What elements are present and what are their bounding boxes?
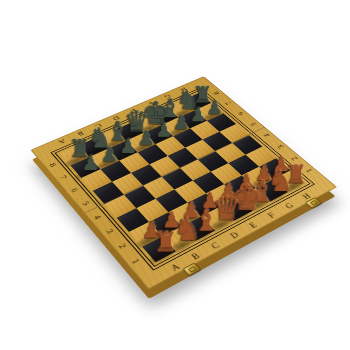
dark-pawn-c7[interactable]: ♟ (117, 136, 139, 156)
dark-pawn-b7[interactable]: ♟ (99, 144, 121, 164)
chessboard: ABCDEFGH ABCDEFGH 87654321 87654321 ♜♞♝♛… (30, 76, 337, 289)
dark-pawn-a7[interactable]: ♟ (79, 153, 101, 173)
square-h5[interactable] (219, 124, 248, 143)
board-top: ABCDEFGH ABCDEFGH 87654321 87654321 ♜♞♝♛… (30, 76, 337, 289)
product-photo-scene: ABCDEFGH ABCDEFGH 87654321 87654321 ♜♞♝♛… (0, 0, 350, 350)
copper-rook-a1[interactable]: ♜ (153, 228, 178, 256)
rank-label-right-5: 5 (241, 117, 266, 132)
rank-label-right-6: 6 (228, 107, 253, 122)
